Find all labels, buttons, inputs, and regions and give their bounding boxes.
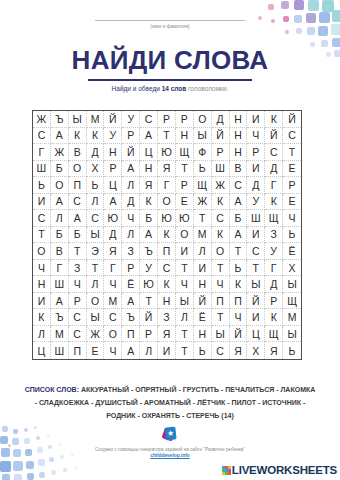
grid-cell[interactable]: Н <box>176 128 194 145</box>
grid-cell[interactable]: П <box>212 293 230 310</box>
grid-cell[interactable]: Л <box>87 276 105 293</box>
grid-cell[interactable]: Л <box>176 309 194 326</box>
grid-cell[interactable]: Ь <box>283 227 301 244</box>
grid-cell[interactable]: Ч <box>69 276 87 293</box>
grid-cell[interactable]: С <box>265 144 283 161</box>
grid-cell[interactable]: Ь <box>230 260 248 277</box>
grid-cell[interactable]: Й <box>230 326 248 343</box>
grid-cell[interactable]: И <box>247 227 265 244</box>
grid-cell[interactable]: К <box>33 309 51 326</box>
grid-cell[interactable]: А <box>122 161 140 178</box>
grid-cell[interactable]: Ч <box>33 260 51 277</box>
grid-cell[interactable]: Р <box>247 144 265 161</box>
grid-cell[interactable]: Н <box>230 144 248 161</box>
grid-cell[interactable]: Д <box>122 194 140 211</box>
grid-cell[interactable]: Я <box>140 177 158 194</box>
instructions: Найди и обведи 14 слов головоломки. <box>0 85 340 92</box>
grid-cell[interactable]: О <box>212 243 230 260</box>
grid-cell[interactable]: З <box>69 260 87 277</box>
worksheet-page: (имя и фамилия) НАЙДИ СЛОВА Найди и обве… <box>0 0 340 480</box>
site-link[interactable]: childdevelop.info <box>0 453 340 458</box>
grid-cell[interactable]: М <box>87 111 105 128</box>
grid-cell[interactable]: Ж <box>212 177 230 194</box>
liveworksheets-logo[interactable]: LIVEWORKSHEETS <box>222 464 337 476</box>
grid-cell[interactable]: О <box>194 111 212 128</box>
grid-cell[interactable]: С <box>33 210 51 227</box>
grid-cell[interactable]: Ч <box>176 276 194 293</box>
grid-cell[interactable]: Й <box>122 144 140 161</box>
grid-cell[interactable]: Г <box>33 144 51 161</box>
grid-cell[interactable]: Н <box>33 276 51 293</box>
grid-cell[interactable]: Щ <box>265 210 283 227</box>
grid-cell[interactable]: Н <box>230 128 248 145</box>
grid-cell[interactable]: К <box>158 276 176 293</box>
grid-cell[interactable]: З <box>265 227 283 244</box>
grid-cell[interactable]: Я <box>104 243 122 260</box>
grid-cell[interactable]: З <box>122 243 140 260</box>
grid-cell[interactable]: Ё <box>283 243 301 260</box>
grid-cell[interactable]: Т <box>87 260 105 277</box>
grid-cell[interactable]: М <box>51 326 69 343</box>
grid-cell[interactable]: Ы <box>247 276 265 293</box>
grid-cell[interactable]: Ы <box>212 326 230 343</box>
grid-cell[interactable]: Л <box>122 177 140 194</box>
grid-cell[interactable]: С <box>230 177 248 194</box>
grid-cell[interactable]: Ы <box>283 276 301 293</box>
grid-cell[interactable]: Н <box>194 326 212 343</box>
grid-cell[interactable]: Р <box>212 144 230 161</box>
grid-cell[interactable]: Ь <box>87 177 105 194</box>
grid-cell[interactable]: Й <box>194 293 212 310</box>
grid-cell[interactable]: Я <box>158 161 176 178</box>
grid-cell[interactable]: К <box>230 276 248 293</box>
grid-cell[interactable]: Н <box>194 276 212 293</box>
grid-cell[interactable]: У <box>122 111 140 128</box>
grid-cell[interactable]: Ъ <box>122 309 140 326</box>
grid-cell[interactable]: И <box>33 293 51 310</box>
grid-cell[interactable]: И <box>247 161 265 178</box>
grid-cell[interactable]: Щ <box>283 293 301 310</box>
word-search-grid: ЖЪЫМЙУСРРОДНИКЙСАККУРАТНЫЙНЧЙСГЖВДНЙЦЮЩФ… <box>32 110 302 360</box>
grid-cell[interactable]: Ъ <box>51 111 69 128</box>
grid-cell[interactable]: Х <box>87 161 105 178</box>
grid-cell[interactable]: С <box>247 243 265 260</box>
grid-cell[interactable]: А <box>51 194 69 211</box>
grid-cell[interactable]: Э <box>87 243 105 260</box>
grid-cell[interactable]: Д <box>87 144 105 161</box>
grid-cell[interactable]: Й <box>265 128 283 145</box>
grid-cell[interactable]: Р <box>104 161 122 178</box>
grid-cell[interactable]: Й <box>140 309 158 326</box>
grid-cell[interactable]: Ч <box>247 128 265 145</box>
grid-cell[interactable]: Н <box>140 161 158 178</box>
grid-cell[interactable]: Ж <box>33 111 51 128</box>
grid-cell[interactable]: Б <box>69 227 87 244</box>
grid-cell[interactable]: Ю <box>176 210 194 227</box>
grid-cell[interactable]: О <box>87 293 105 310</box>
grid-cell[interactable]: Р <box>69 293 87 310</box>
page-title: НАЙДИ СЛОВА <box>0 45 340 76</box>
grid-cell[interactable]: С <box>212 342 230 359</box>
name-blank-line <box>95 20 245 21</box>
grid-cell[interactable]: О <box>51 177 69 194</box>
grid-cell[interactable]: Р <box>176 111 194 128</box>
grid-cell[interactable]: Т <box>176 260 194 277</box>
grid-cell[interactable]: В <box>69 144 87 161</box>
title-underline <box>88 79 252 81</box>
grid-cell[interactable]: Ь <box>283 342 301 359</box>
grid-cell[interactable]: Е <box>176 194 194 211</box>
grid-cell[interactable]: К <box>140 194 158 211</box>
grid-cell[interactable]: Д <box>265 161 283 178</box>
grid-cell[interactable]: Ф <box>194 144 212 161</box>
grid-cell[interactable]: Ч <box>212 276 230 293</box>
grid-cell[interactable]: Т <box>140 293 158 310</box>
grid-cell[interactable]: Ж <box>194 194 212 211</box>
grid-cell[interactable]: А <box>230 227 248 244</box>
grid-cell[interactable]: Т <box>212 309 230 326</box>
grid-cell[interactable]: Л <box>122 227 140 244</box>
grid-cell[interactable]: Д <box>104 227 122 244</box>
grid-cell[interactable]: Ё <box>194 309 212 326</box>
grid-cell[interactable]: Ю <box>104 210 122 227</box>
grid-cell[interactable]: Ы <box>69 111 87 128</box>
grid-cell[interactable]: Б <box>230 210 248 227</box>
grid-cell[interactable]: К <box>69 128 87 145</box>
grid-cell[interactable]: Г <box>158 177 176 194</box>
grid-cell[interactable]: Ы <box>194 128 212 145</box>
grid-cell[interactable]: Ю <box>158 144 176 161</box>
grid-cell[interactable]: О <box>158 194 176 211</box>
grid-cell[interactable]: А <box>230 194 248 211</box>
grid-cell[interactable]: И <box>176 243 194 260</box>
liveworksheets-grid-icon <box>222 466 231 475</box>
grid-cell[interactable]: Д <box>212 111 230 128</box>
grid-cell[interactable]: М <box>283 309 301 326</box>
grid-cell[interactable]: Т <box>33 227 51 244</box>
grid-cell[interactable]: Ё <box>122 276 140 293</box>
grid-cell[interactable]: К <box>158 227 176 244</box>
grid-cell[interactable]: А <box>69 210 87 227</box>
grid-cell[interactable]: Я <box>230 342 248 359</box>
grid-cell[interactable]: Ч <box>230 309 248 326</box>
grid-cell[interactable]: Б <box>51 227 69 244</box>
grid-cell[interactable]: Б <box>51 161 69 178</box>
grid-cell[interactable]: В <box>51 243 69 260</box>
grid-cell[interactable]: С <box>33 128 51 145</box>
grid-cell[interactable]: Р <box>265 293 283 310</box>
grid-cell[interactable]: С <box>140 111 158 128</box>
grid-cell[interactable]: К <box>265 309 283 326</box>
grid-cell[interactable]: Т <box>176 161 194 178</box>
grid-cell[interactable]: Ч <box>104 276 122 293</box>
grid-cell[interactable]: К <box>265 111 283 128</box>
grid-cell[interactable]: С <box>69 326 87 343</box>
grid-cell[interactable]: С <box>69 194 87 211</box>
grid-cell[interactable]: Ш <box>247 210 265 227</box>
grid-cell[interactable]: Г <box>265 260 283 277</box>
grid-cell[interactable]: А <box>140 227 158 244</box>
grid-cell[interactable]: Т <box>176 326 194 343</box>
grid-cell[interactable]: Е <box>87 342 105 359</box>
grid-cell[interactable]: М <box>194 227 212 244</box>
grid-cell[interactable]: Я <box>265 342 283 359</box>
grid-cell[interactable]: Н <box>104 144 122 161</box>
instructions-suffix: головоломки. <box>186 85 228 92</box>
grid-cell[interactable]: У <box>247 194 265 211</box>
grid-cell[interactable]: Х <box>247 342 265 359</box>
grid-cell[interactable]: Ч <box>122 210 140 227</box>
grid-cell[interactable]: А <box>140 128 158 145</box>
grid-cell[interactable]: И <box>194 260 212 277</box>
grid-cell[interactable]: И <box>158 342 176 359</box>
grid-cell[interactable]: Ь <box>194 342 212 359</box>
grid-cell[interactable]: П <box>122 326 140 343</box>
logo-star-icon: ★ <box>164 426 176 440</box>
grid-cell[interactable]: Т <box>283 144 301 161</box>
grid-cell[interactable]: А <box>104 194 122 211</box>
grid-cell[interactable]: П <box>69 342 87 359</box>
grid-cell[interactable]: Р <box>122 128 140 145</box>
grid-cell[interactable]: С <box>87 210 105 227</box>
grid-cell[interactable]: Ж <box>51 144 69 161</box>
grid-cell[interactable]: А <box>51 128 69 145</box>
grid-cell[interactable]: Д <box>265 276 283 293</box>
instructions-count: 14 слов <box>162 85 187 92</box>
grid-cell[interactable]: Р <box>140 326 158 343</box>
grid-cell[interactable]: М <box>104 293 122 310</box>
grid-cell[interactable]: Т <box>69 243 87 260</box>
grid-cell[interactable]: Ч <box>283 210 301 227</box>
grid-cell[interactable]: Н <box>230 111 248 128</box>
grid-cell[interactable]: Т <box>158 128 176 145</box>
grid-cell[interactable]: Ц <box>104 177 122 194</box>
grid-cell[interactable]: С <box>158 260 176 277</box>
grid-cell[interactable]: С <box>212 210 230 227</box>
grid-cell[interactable]: Ш <box>51 342 69 359</box>
grid-cell[interactable]: А <box>122 342 140 359</box>
grid-cell[interactable]: О <box>104 326 122 343</box>
grid-cell[interactable]: Е <box>283 194 301 211</box>
grid-cell[interactable]: Я <box>158 326 176 343</box>
grid-cell[interactable]: Й <box>212 128 230 145</box>
grid-cell[interactable]: А <box>51 293 69 310</box>
grid-cell[interactable]: Г <box>265 177 283 194</box>
grid-cell[interactable]: Ю <box>140 276 158 293</box>
word-list: СПИСОК СЛОВ: АККУРАТНЫЙ - ОПРЯТНЫЙ - ГРУ… <box>24 383 316 422</box>
grid-cell[interactable]: Р <box>158 111 176 128</box>
grid-cell[interactable]: Ж <box>87 326 105 343</box>
grid-cell[interactable]: Ы <box>176 293 194 310</box>
grid-cell[interactable]: И <box>247 309 265 326</box>
grid-cell[interactable]: Г <box>51 260 69 277</box>
grid-cell[interactable]: О <box>176 227 194 244</box>
grid-cell[interactable]: Л <box>140 342 158 359</box>
grid-cell[interactable]: Щ <box>194 177 212 194</box>
grid-cell[interactable]: Л <box>33 326 51 343</box>
grid-cell[interactable]: Ш <box>212 161 230 178</box>
grid-cell[interactable]: Ш <box>51 276 69 293</box>
grid-cell[interactable]: К <box>212 227 230 244</box>
grid-cell[interactable]: И <box>33 194 51 211</box>
grid-cell[interactable]: К <box>212 194 230 211</box>
grid-cell[interactable]: Е <box>283 161 301 178</box>
grid-cell[interactable]: С <box>69 309 87 326</box>
grid-cell[interactable]: Т <box>194 210 212 227</box>
childdevelop-logo[interactable]: ★ <box>163 427 177 441</box>
grid-cell[interactable]: Й <box>283 111 301 128</box>
grid-cell[interactable]: Т <box>176 342 194 359</box>
word-list-count: (14) <box>221 412 233 419</box>
grid-cell[interactable]: Щ <box>176 144 194 161</box>
grid-cell[interactable]: Ъ <box>51 309 69 326</box>
grid-cell[interactable]: К <box>265 194 283 211</box>
grid-cell[interactable]: С <box>104 309 122 326</box>
grid-cell[interactable]: Ь <box>33 177 51 194</box>
grid-cell[interactable]: Б <box>140 210 158 227</box>
grid-cell[interactable]: Ц <box>33 342 51 359</box>
name-line-caption: (имя и фамилия) <box>0 23 340 29</box>
grid-cell[interactable]: К <box>87 128 105 145</box>
grid-cell[interactable]: Ю <box>158 210 176 227</box>
grid-cell[interactable]: Т <box>212 260 230 277</box>
grid-cell[interactable]: Т <box>247 260 265 277</box>
grid-cell[interactable]: С <box>283 128 301 145</box>
grid-cell[interactable]: Р <box>176 177 194 194</box>
grid-cell[interactable]: У <box>265 243 283 260</box>
grid-cell[interactable]: Ц <box>140 144 158 161</box>
brand-icon-pixel <box>228 472 231 475</box>
grid-cell[interactable]: Д <box>247 177 265 194</box>
grid-cell[interactable]: О <box>33 243 51 260</box>
grid-cell[interactable]: Л <box>51 210 69 227</box>
instructions-prefix: Найди и обведи <box>112 85 162 92</box>
grid-cell[interactable]: Й <box>247 293 265 310</box>
grid-cell[interactable]: Ч <box>104 342 122 359</box>
grid-cell[interactable]: И <box>247 111 265 128</box>
grid-cell[interactable]: Ц <box>247 326 265 343</box>
grid-cell[interactable]: Ъ <box>140 243 158 260</box>
word-list-label: СПИСОК СЛОВ: <box>25 386 79 393</box>
grid-cell[interactable]: Г <box>104 260 122 277</box>
grid-cell[interactable]: В <box>230 161 248 178</box>
grid-cell[interactable]: Л <box>87 194 105 211</box>
grid-cell[interactable]: Щ <box>265 326 283 343</box>
grid-cell[interactable]: А <box>122 293 140 310</box>
grid-cell[interactable]: Р <box>122 260 140 277</box>
grid-cell[interactable]: Й <box>104 111 122 128</box>
credit-text: Создано с помощью генератора заданий на … <box>0 447 340 452</box>
grid-cell[interactable]: З <box>158 309 176 326</box>
grid-cell[interactable]: Л <box>194 243 212 260</box>
grid-cell[interactable]: Т <box>230 243 248 260</box>
grid-cell[interactable]: П <box>69 177 87 194</box>
grid-cell[interactable]: П <box>158 243 176 260</box>
grid-cell[interactable]: Ш <box>33 161 51 178</box>
liveworksheets-wordmark: LIVEWORKSHEETS <box>232 464 337 476</box>
grid-cell[interactable]: У <box>140 260 158 277</box>
grid-cell[interactable]: Ы <box>87 227 105 244</box>
grid-cell[interactable]: Ы <box>87 309 105 326</box>
grid-cell[interactable]: Ы <box>283 326 301 343</box>
grid-cell[interactable]: П <box>230 293 248 310</box>
grid-cell[interactable]: Н <box>158 293 176 310</box>
grid-cell[interactable]: Ь <box>194 161 212 178</box>
grid-cell[interactable]: О <box>69 161 87 178</box>
grid-cell[interactable]: У <box>104 128 122 145</box>
grid-cell[interactable]: Р <box>283 177 301 194</box>
grid-cell[interactable]: Х <box>283 260 301 277</box>
